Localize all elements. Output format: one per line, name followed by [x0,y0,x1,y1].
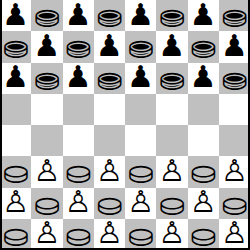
black-pawn[interactable]: ♟ [190,63,217,93]
black-pawn[interactable]: ♟ [158,31,185,61]
square-e5[interactable] [125,94,156,125]
white-pawn[interactable]: ♙ [96,219,123,249]
square-g5[interactable] [188,94,219,125]
square-f6[interactable]: ⛂ [156,63,187,94]
white-draughts-man[interactable]: ⛀ [65,157,91,187]
square-h3[interactable]: ♙ [219,156,250,187]
white-draughts-man[interactable]: ⛀ [128,220,154,250]
square-d4[interactable] [94,125,125,156]
white-draughts-man[interactable]: ⛀ [221,189,247,219]
square-b5[interactable] [31,94,62,125]
square-d2[interactable]: ⛀ [94,188,125,219]
square-f8[interactable]: ⛂ [156,0,187,31]
square-b7[interactable]: ♟ [31,31,62,62]
white-pawn[interactable]: ♙ [221,156,248,186]
square-c5[interactable] [63,94,94,125]
square-f3[interactable]: ♙ [156,156,187,187]
square-b4[interactable] [31,125,62,156]
square-a1[interactable]: ⛀ [0,219,31,250]
square-c4[interactable] [63,125,94,156]
black-pawn[interactable]: ♟ [2,63,29,93]
square-a7[interactable]: ⛂ [0,31,31,62]
square-b6[interactable]: ⛂ [31,63,62,94]
square-g1[interactable]: ⛀ [188,219,219,250]
square-e7[interactable]: ⛂ [125,31,156,62]
white-draughts-man[interactable]: ⛀ [65,220,91,250]
white-draughts-man[interactable]: ⛀ [3,220,29,250]
square-b1[interactable]: ♙ [31,219,62,250]
square-b8[interactable]: ⛂ [31,0,62,31]
white-draughts-man[interactable]: ⛀ [190,157,216,187]
square-d7[interactable]: ♟ [94,31,125,62]
square-a3[interactable]: ⛀ [0,156,31,187]
black-draughts-man[interactable]: ⛂ [3,32,29,62]
white-pawn[interactable]: ♙ [65,188,92,218]
square-e8[interactable]: ♟ [125,0,156,31]
square-g8[interactable]: ♟ [188,0,219,31]
square-f1[interactable]: ♙ [156,219,187,250]
square-c6[interactable]: ♟ [63,63,94,94]
square-h8[interactable]: ⛂ [219,0,250,31]
black-pawn[interactable]: ♟ [221,31,248,61]
white-draughts-man[interactable]: ⛀ [96,189,122,219]
black-draughts-man[interactable]: ⛂ [159,64,185,94]
square-g6[interactable]: ♟ [188,63,219,94]
square-h2[interactable]: ⛀ [219,188,250,219]
square-h1[interactable]: ♙ [219,219,250,250]
black-draughts-man[interactable]: ⛂ [96,1,122,31]
white-draughts-man[interactable]: ⛀ [3,157,29,187]
white-draughts-man[interactable]: ⛀ [159,189,185,219]
square-f7[interactable]: ♟ [156,31,187,62]
square-d8[interactable]: ⛂ [94,0,125,31]
white-pawn[interactable]: ♙ [2,188,29,218]
black-pawn[interactable]: ♟ [127,0,154,30]
square-c1[interactable]: ⛀ [63,219,94,250]
black-draughts-man[interactable]: ⛂ [221,1,247,31]
square-c3[interactable]: ⛀ [63,156,94,187]
square-b2[interactable]: ⛀ [31,188,62,219]
black-draughts-man[interactable]: ⛂ [128,32,154,62]
white-pawn[interactable]: ♙ [33,156,60,186]
square-c8[interactable]: ♟ [63,0,94,31]
square-a4[interactable] [0,125,31,156]
square-e3[interactable]: ⛀ [125,156,156,187]
square-g4[interactable] [188,125,219,156]
white-pawn[interactable]: ♙ [33,219,60,249]
square-e4[interactable] [125,125,156,156]
black-draughts-man[interactable]: ⛂ [65,32,91,62]
square-a8[interactable]: ♟ [0,0,31,31]
square-f2[interactable]: ⛀ [156,188,187,219]
square-g3[interactable]: ⛀ [188,156,219,187]
square-g2[interactable]: ♙ [188,188,219,219]
white-draughts-man[interactable]: ⛀ [128,157,154,187]
white-pawn[interactable]: ♙ [190,188,217,218]
black-draughts-man[interactable]: ⛂ [34,1,60,31]
square-a6[interactable]: ♟ [0,63,31,94]
square-c2[interactable]: ♙ [63,188,94,219]
square-a2[interactable]: ♙ [0,188,31,219]
square-h5[interactable] [219,94,250,125]
square-g7[interactable]: ⛂ [188,31,219,62]
white-pawn[interactable]: ♙ [221,219,248,249]
square-f5[interactable] [156,94,187,125]
black-draughts-man[interactable]: ⛂ [190,32,216,62]
white-pawn[interactable]: ♙ [96,156,123,186]
square-d5[interactable] [94,94,125,125]
black-pawn[interactable]: ♟ [65,63,92,93]
square-a5[interactable] [0,94,31,125]
white-draughts-man[interactable]: ⛀ [190,220,216,250]
white-pawn[interactable]: ♙ [158,156,185,186]
square-e6[interactable]: ♟ [125,63,156,94]
black-draughts-man[interactable]: ⛂ [221,64,247,94]
black-pawn[interactable]: ♟ [127,63,154,93]
white-pawn[interactable]: ♙ [127,188,154,218]
square-h4[interactable] [219,125,250,156]
game-board: ♟⛂♟⛂♟⛂♟⛂⛂♟⛂♟⛂♟⛂♟♟⛂♟⛂♟⛂♟⛂⛀♙⛀♙⛀♙⛀♙♙⛀♙⛀♙⛀♙⛀… [0,0,250,250]
square-d3[interactable]: ♙ [94,156,125,187]
black-pawn[interactable]: ♟ [33,31,60,61]
square-h7[interactable]: ♟ [219,31,250,62]
square-h6[interactable]: ⛂ [219,63,250,94]
square-d1[interactable]: ♙ [94,219,125,250]
square-c7[interactable]: ⛂ [63,31,94,62]
black-draughts-man[interactable]: ⛂ [96,64,122,94]
black-pawn[interactable]: ♟ [96,31,123,61]
black-draughts-man[interactable]: ⛂ [159,1,185,31]
square-e2[interactable]: ♙ [125,188,156,219]
white-pawn[interactable]: ♙ [158,219,185,249]
black-pawn[interactable]: ♟ [65,0,92,30]
white-draughts-man[interactable]: ⛀ [34,189,60,219]
square-d6[interactable]: ⛂ [94,63,125,94]
black-pawn[interactable]: ♟ [190,0,217,30]
square-e1[interactable]: ⛀ [125,219,156,250]
square-f4[interactable] [156,125,187,156]
black-draughts-man[interactable]: ⛂ [34,64,60,94]
square-b3[interactable]: ♙ [31,156,62,187]
black-pawn[interactable]: ♟ [2,0,29,30]
